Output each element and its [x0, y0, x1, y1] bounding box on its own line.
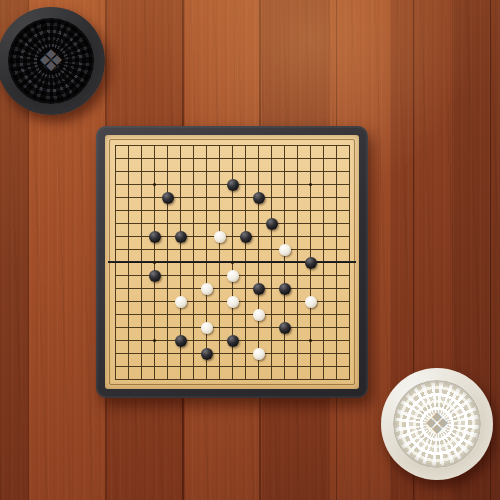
intersection-6-9[interactable] [174, 243, 187, 256]
intersection-8-3[interactable] [200, 165, 213, 178]
intersection-16-1[interactable] [304, 139, 317, 152]
intersection-7-6[interactable] [187, 204, 200, 217]
intersection-12-4[interactable] [252, 178, 265, 191]
intersection-12-14[interactable] [252, 308, 265, 321]
intersection-17-15[interactable] [317, 321, 330, 334]
intersection-3-2[interactable] [135, 152, 148, 165]
intersection-13-18[interactable] [265, 360, 278, 373]
intersection-8-6[interactable] [200, 204, 213, 217]
intersection-18-15[interactable] [330, 321, 343, 334]
intersection-1-5[interactable] [109, 191, 122, 204]
white-stone[interactable] [253, 309, 265, 321]
intersection-12-9[interactable] [252, 243, 265, 256]
intersection-17-2[interactable] [317, 152, 330, 165]
intersection-19-16[interactable] [343, 334, 356, 347]
white-stone[interactable] [227, 296, 239, 308]
intersection-9-11[interactable] [213, 269, 226, 282]
intersection-10-19[interactable] [226, 373, 239, 386]
intersection-6-10[interactable] [174, 256, 187, 269]
intersection-10-5[interactable] [226, 191, 239, 204]
intersection-9-17[interactable] [213, 347, 226, 360]
intersection-13-5[interactable] [265, 191, 278, 204]
intersection-2-14[interactable] [122, 308, 135, 321]
intersection-6-7[interactable] [174, 217, 187, 230]
intersection-12-18[interactable] [252, 360, 265, 373]
intersection-17-8[interactable] [317, 230, 330, 243]
intersection-11-14[interactable] [239, 308, 252, 321]
intersection-11-6[interactable] [239, 204, 252, 217]
intersection-4-18[interactable] [148, 360, 161, 373]
black-stone[interactable] [253, 192, 265, 204]
intersection-11-1[interactable] [239, 139, 252, 152]
intersection-9-7[interactable] [213, 217, 226, 230]
intersection-14-18[interactable] [278, 360, 291, 373]
intersection-3-14[interactable] [135, 308, 148, 321]
intersection-14-13[interactable] [278, 295, 291, 308]
intersection-16-5[interactable] [304, 191, 317, 204]
intersection-19-14[interactable] [343, 308, 356, 321]
intersection-7-10[interactable] [187, 256, 200, 269]
intersection-18-12[interactable] [330, 282, 343, 295]
intersection-17-12[interactable] [317, 282, 330, 295]
intersection-17-1[interactable] [317, 139, 330, 152]
intersection-8-1[interactable] [200, 139, 213, 152]
intersection-4-6[interactable] [148, 204, 161, 217]
intersection-19-13[interactable] [343, 295, 356, 308]
white-stone[interactable] [253, 348, 265, 360]
intersection-3-7[interactable] [135, 217, 148, 230]
intersection-13-4[interactable] [265, 178, 278, 191]
intersection-11-9[interactable] [239, 243, 252, 256]
intersection-12-3[interactable] [252, 165, 265, 178]
intersection-14-15[interactable] [278, 321, 291, 334]
intersection-2-8[interactable] [122, 230, 135, 243]
intersection-17-6[interactable] [317, 204, 330, 217]
intersection-15-17[interactable] [291, 347, 304, 360]
intersection-5-17[interactable] [161, 347, 174, 360]
intersection-15-1[interactable] [291, 139, 304, 152]
intersection-8-10[interactable] [200, 256, 213, 269]
intersection-18-16[interactable] [330, 334, 343, 347]
intersection-14-9[interactable] [278, 243, 291, 256]
intersection-4-5[interactable] [148, 191, 161, 204]
intersection-19-6[interactable] [343, 204, 356, 217]
black-stone[interactable] [201, 348, 213, 360]
intersection-13-16[interactable] [265, 334, 278, 347]
intersection-17-9[interactable] [317, 243, 330, 256]
intersection-15-6[interactable] [291, 204, 304, 217]
intersection-7-11[interactable] [187, 269, 200, 282]
intersection-11-8[interactable] [239, 230, 252, 243]
intersection-15-11[interactable] [291, 269, 304, 282]
intersection-2-18[interactable] [122, 360, 135, 373]
intersection-18-4[interactable] [330, 178, 343, 191]
intersection-4-3[interactable] [148, 165, 161, 178]
intersection-15-14[interactable] [291, 308, 304, 321]
intersection-12-6[interactable] [252, 204, 265, 217]
intersection-15-5[interactable] [291, 191, 304, 204]
intersection-15-19[interactable] [291, 373, 304, 386]
intersection-2-1[interactable] [122, 139, 135, 152]
intersection-17-4[interactable] [317, 178, 330, 191]
intersection-8-5[interactable] [200, 191, 213, 204]
intersection-16-15[interactable] [304, 321, 317, 334]
intersection-3-11[interactable] [135, 269, 148, 282]
intersection-3-8[interactable] [135, 230, 148, 243]
intersection-8-15[interactable] [200, 321, 213, 334]
black-stone[interactable] [175, 231, 187, 243]
intersection-1-12[interactable] [109, 282, 122, 295]
intersection-13-8[interactable] [265, 230, 278, 243]
intersection-12-8[interactable] [252, 230, 265, 243]
intersection-1-9[interactable] [109, 243, 122, 256]
intersection-2-19[interactable] [122, 373, 135, 386]
intersection-1-16[interactable] [109, 334, 122, 347]
intersection-7-5[interactable] [187, 191, 200, 204]
black-stone[interactable] [240, 231, 252, 243]
intersection-5-14[interactable] [161, 308, 174, 321]
intersection-17-5[interactable] [317, 191, 330, 204]
intersection-8-19[interactable] [200, 373, 213, 386]
intersection-14-2[interactable] [278, 152, 291, 165]
intersection-6-18[interactable] [174, 360, 187, 373]
intersection-17-10[interactable] [317, 256, 330, 269]
intersection-7-13[interactable] [187, 295, 200, 308]
intersection-18-7[interactable] [330, 217, 343, 230]
intersection-9-6[interactable] [213, 204, 226, 217]
intersection-10-8[interactable] [226, 230, 239, 243]
intersection-15-10[interactable] [291, 256, 304, 269]
intersection-18-9[interactable] [330, 243, 343, 256]
intersection-4-1[interactable] [148, 139, 161, 152]
intersection-12-10[interactable] [252, 256, 265, 269]
intersection-3-18[interactable] [135, 360, 148, 373]
intersection-8-2[interactable] [200, 152, 213, 165]
intersection-15-4[interactable] [291, 178, 304, 191]
intersection-14-7[interactable] [278, 217, 291, 230]
intersection-9-8[interactable] [213, 230, 226, 243]
intersection-6-1[interactable] [174, 139, 187, 152]
intersection-12-19[interactable] [252, 373, 265, 386]
intersection-2-16[interactable] [122, 334, 135, 347]
intersection-7-7[interactable] [187, 217, 200, 230]
intersection-11-5[interactable] [239, 191, 252, 204]
intersection-16-17[interactable] [304, 347, 317, 360]
intersection-17-3[interactable] [317, 165, 330, 178]
intersection-5-13[interactable] [161, 295, 174, 308]
intersection-14-11[interactable] [278, 269, 291, 282]
white-stone[interactable] [227, 270, 239, 282]
intersection-4-9[interactable] [148, 243, 161, 256]
white-stone[interactable] [214, 231, 226, 243]
intersection-6-17[interactable] [174, 347, 187, 360]
intersection-1-7[interactable] [109, 217, 122, 230]
intersection-11-11[interactable] [239, 269, 252, 282]
intersection-7-8[interactable] [187, 230, 200, 243]
intersection-5-12[interactable] [161, 282, 174, 295]
intersection-18-11[interactable] [330, 269, 343, 282]
black-stone[interactable] [227, 335, 239, 347]
intersection-2-6[interactable] [122, 204, 135, 217]
intersection-1-4[interactable] [109, 178, 122, 191]
intersection-2-10[interactable] [122, 256, 135, 269]
intersection-2-11[interactable] [122, 269, 135, 282]
intersection-5-8[interactable] [161, 230, 174, 243]
intersection-7-16[interactable] [187, 334, 200, 347]
intersection-17-19[interactable] [317, 373, 330, 386]
intersection-2-9[interactable] [122, 243, 135, 256]
intersection-8-16[interactable] [200, 334, 213, 347]
intersection-19-2[interactable] [343, 152, 356, 165]
intersection-5-6[interactable] [161, 204, 174, 217]
intersection-9-18[interactable] [213, 360, 226, 373]
intersection-2-7[interactable] [122, 217, 135, 230]
intersection-3-13[interactable] [135, 295, 148, 308]
intersection-6-11[interactable] [174, 269, 187, 282]
intersection-13-3[interactable] [265, 165, 278, 178]
intersection-3-3[interactable] [135, 165, 148, 178]
intersection-8-14[interactable] [200, 308, 213, 321]
black-stone[interactable] [253, 283, 265, 295]
intersection-18-18[interactable] [330, 360, 343, 373]
intersection-12-1[interactable] [252, 139, 265, 152]
intersection-16-18[interactable] [304, 360, 317, 373]
intersection-8-11[interactable] [200, 269, 213, 282]
intersection-18-1[interactable] [330, 139, 343, 152]
intersection-19-10[interactable] [343, 256, 356, 269]
intersection-13-2[interactable] [265, 152, 278, 165]
intersection-18-14[interactable] [330, 308, 343, 321]
intersection-8-12[interactable] [200, 282, 213, 295]
intersection-1-17[interactable] [109, 347, 122, 360]
intersection-7-15[interactable] [187, 321, 200, 334]
intersection-6-19[interactable] [174, 373, 187, 386]
black-stone[interactable] [227, 179, 239, 191]
intersection-2-15[interactable] [122, 321, 135, 334]
intersection-14-17[interactable] [278, 347, 291, 360]
intersection-4-13[interactable] [148, 295, 161, 308]
intersection-7-2[interactable] [187, 152, 200, 165]
intersection-3-19[interactable] [135, 373, 148, 386]
intersection-2-13[interactable] [122, 295, 135, 308]
intersection-14-1[interactable] [278, 139, 291, 152]
intersection-14-4[interactable] [278, 178, 291, 191]
intersection-13-7[interactable] [265, 217, 278, 230]
intersection-4-2[interactable] [148, 152, 161, 165]
intersection-10-1[interactable] [226, 139, 239, 152]
intersection-19-17[interactable] [343, 347, 356, 360]
intersection-10-4[interactable] [226, 178, 239, 191]
intersection-11-15[interactable] [239, 321, 252, 334]
intersection-3-17[interactable] [135, 347, 148, 360]
intersection-9-12[interactable] [213, 282, 226, 295]
intersection-10-10[interactable] [226, 256, 239, 269]
intersection-6-14[interactable] [174, 308, 187, 321]
intersection-9-1[interactable] [213, 139, 226, 152]
intersection-16-8[interactable] [304, 230, 317, 243]
intersection-4-11[interactable] [148, 269, 161, 282]
intersection-6-4[interactable] [174, 178, 187, 191]
intersection-14-12[interactable] [278, 282, 291, 295]
intersection-7-9[interactable] [187, 243, 200, 256]
intersection-19-9[interactable] [343, 243, 356, 256]
black-stone[interactable] [149, 270, 161, 282]
intersection-7-17[interactable] [187, 347, 200, 360]
intersection-15-18[interactable] [291, 360, 304, 373]
intersection-11-7[interactable] [239, 217, 252, 230]
intersection-9-3[interactable] [213, 165, 226, 178]
black-stone[interactable] [279, 322, 291, 334]
intersection-17-16[interactable] [317, 334, 330, 347]
intersection-6-5[interactable] [174, 191, 187, 204]
intersection-12-13[interactable] [252, 295, 265, 308]
intersection-6-15[interactable] [174, 321, 187, 334]
intersection-10-14[interactable] [226, 308, 239, 321]
intersection-4-8[interactable] [148, 230, 161, 243]
intersection-3-1[interactable] [135, 139, 148, 152]
intersection-10-2[interactable] [226, 152, 239, 165]
intersection-17-13[interactable] [317, 295, 330, 308]
intersection-5-19[interactable] [161, 373, 174, 386]
intersection-6-13[interactable] [174, 295, 187, 308]
intersection-8-9[interactable] [200, 243, 213, 256]
intersection-13-17[interactable] [265, 347, 278, 360]
intersection-11-19[interactable] [239, 373, 252, 386]
intersection-15-15[interactable] [291, 321, 304, 334]
intersection-1-3[interactable] [109, 165, 122, 178]
intersection-2-4[interactable] [122, 178, 135, 191]
intersection-8-7[interactable] [200, 217, 213, 230]
intersection-2-5[interactable] [122, 191, 135, 204]
white-stone[interactable] [305, 296, 317, 308]
intersection-17-11[interactable] [317, 269, 330, 282]
intersection-1-11[interactable] [109, 269, 122, 282]
intersection-11-3[interactable] [239, 165, 252, 178]
intersection-19-11[interactable] [343, 269, 356, 282]
black-stone[interactable] [162, 192, 174, 204]
intersection-16-16[interactable] [304, 334, 317, 347]
intersection-1-8[interactable] [109, 230, 122, 243]
intersection-1-2[interactable] [109, 152, 122, 165]
black-stone[interactable] [149, 231, 161, 243]
intersection-13-13[interactable] [265, 295, 278, 308]
intersection-14-14[interactable] [278, 308, 291, 321]
intersection-1-18[interactable] [109, 360, 122, 373]
intersection-11-10[interactable] [239, 256, 252, 269]
intersection-12-12[interactable] [252, 282, 265, 295]
white-stone[interactable] [201, 322, 213, 334]
intersection-3-10[interactable] [135, 256, 148, 269]
intersection-5-16[interactable] [161, 334, 174, 347]
intersection-18-6[interactable] [330, 204, 343, 217]
intersection-9-9[interactable] [213, 243, 226, 256]
intersection-15-8[interactable] [291, 230, 304, 243]
intersection-11-4[interactable] [239, 178, 252, 191]
intersection-8-4[interactable] [200, 178, 213, 191]
intersection-9-16[interactable] [213, 334, 226, 347]
intersection-4-19[interactable] [148, 373, 161, 386]
intersection-18-17[interactable] [330, 347, 343, 360]
intersection-12-16[interactable] [252, 334, 265, 347]
intersection-2-17[interactable] [122, 347, 135, 360]
black-stone[interactable] [279, 283, 291, 295]
black-stone[interactable] [175, 335, 187, 347]
intersection-9-15[interactable] [213, 321, 226, 334]
intersection-13-19[interactable] [265, 373, 278, 386]
intersection-10-13[interactable] [226, 295, 239, 308]
intersection-9-5[interactable] [213, 191, 226, 204]
intersection-10-3[interactable] [226, 165, 239, 178]
intersection-14-19[interactable] [278, 373, 291, 386]
intersection-16-14[interactable] [304, 308, 317, 321]
intersection-19-1[interactable] [343, 139, 356, 152]
intersection-13-9[interactable] [265, 243, 278, 256]
intersection-5-15[interactable] [161, 321, 174, 334]
intersection-11-13[interactable] [239, 295, 252, 308]
intersection-4-14[interactable] [148, 308, 161, 321]
intersection-3-9[interactable] [135, 243, 148, 256]
intersection-5-5[interactable] [161, 191, 174, 204]
intersection-3-16[interactable] [135, 334, 148, 347]
intersection-15-7[interactable] [291, 217, 304, 230]
intersection-7-1[interactable] [187, 139, 200, 152]
intersection-17-17[interactable] [317, 347, 330, 360]
intersection-1-14[interactable] [109, 308, 122, 321]
intersection-16-10[interactable] [304, 256, 317, 269]
intersection-5-4[interactable] [161, 178, 174, 191]
intersection-9-10[interactable] [213, 256, 226, 269]
intersection-11-12[interactable] [239, 282, 252, 295]
intersection-18-13[interactable] [330, 295, 343, 308]
intersection-8-17[interactable] [200, 347, 213, 360]
black-stone[interactable] [305, 257, 317, 269]
intersection-5-2[interactable] [161, 152, 174, 165]
intersection-6-2[interactable] [174, 152, 187, 165]
intersection-7-19[interactable] [187, 373, 200, 386]
intersection-15-13[interactable] [291, 295, 304, 308]
intersection-4-16[interactable] [148, 334, 161, 347]
intersection-15-12[interactable] [291, 282, 304, 295]
intersection-12-17[interactable] [252, 347, 265, 360]
intersection-4-17[interactable] [148, 347, 161, 360]
intersection-13-14[interactable] [265, 308, 278, 321]
intersection-11-18[interactable] [239, 360, 252, 373]
intersection-12-7[interactable] [252, 217, 265, 230]
intersection-2-2[interactable] [122, 152, 135, 165]
white-stone[interactable] [201, 283, 213, 295]
white-stone[interactable] [279, 244, 291, 256]
intersection-15-16[interactable] [291, 334, 304, 347]
intersection-13-6[interactable] [265, 204, 278, 217]
intersection-6-12[interactable] [174, 282, 187, 295]
intersection-1-15[interactable] [109, 321, 122, 334]
intersection-1-10[interactable] [109, 256, 122, 269]
intersection-4-7[interactable] [148, 217, 161, 230]
intersection-4-15[interactable] [148, 321, 161, 334]
black-stone[interactable] [266, 218, 278, 230]
intersection-4-10[interactable] [148, 256, 161, 269]
intersection-11-2[interactable] [239, 152, 252, 165]
intersection-3-4[interactable] [135, 178, 148, 191]
intersection-9-14[interactable] [213, 308, 226, 321]
intersection-16-3[interactable] [304, 165, 317, 178]
intersection-19-4[interactable] [343, 178, 356, 191]
intersection-1-1[interactable] [109, 139, 122, 152]
intersection-2-12[interactable] [122, 282, 135, 295]
intersection-16-9[interactable] [304, 243, 317, 256]
intersection-15-9[interactable] [291, 243, 304, 256]
intersection-11-17[interactable] [239, 347, 252, 360]
